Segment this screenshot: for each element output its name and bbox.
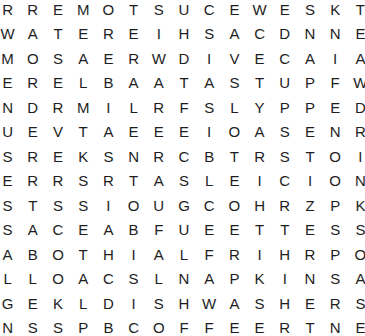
- grid-cell[interactable]: U: [0, 120, 20, 145]
- grid-cell[interactable]: T: [171, 71, 196, 96]
- grid-cell[interactable]: O: [146, 316, 171, 336]
- grid-cell[interactable]: S: [20, 316, 45, 336]
- grid-cell[interactable]: C: [121, 316, 146, 336]
- grid-cell[interactable]: S: [348, 218, 365, 243]
- grid-cell[interactable]: F: [171, 95, 196, 120]
- grid-cell[interactable]: Z: [297, 193, 322, 218]
- grid-cell[interactable]: R: [222, 242, 247, 267]
- grid-cell[interactable]: O: [222, 120, 247, 145]
- grid-cell[interactable]: R: [348, 120, 365, 145]
- grid-cell[interactable]: A: [247, 120, 272, 145]
- grid-cell[interactable]: F: [323, 71, 348, 96]
- grid-cell[interactable]: T: [45, 22, 70, 47]
- grid-cell[interactable]: F: [171, 316, 196, 336]
- grid-cell[interactable]: T: [71, 242, 96, 267]
- grid-cell[interactable]: B: [20, 242, 45, 267]
- grid-cell[interactable]: H: [272, 242, 297, 267]
- grid-cell[interactable]: A: [146, 242, 171, 267]
- grid-cell[interactable]: S: [45, 46, 70, 71]
- grid-cell[interactable]: Y: [247, 95, 272, 120]
- grid-cell[interactable]: E: [323, 95, 348, 120]
- grid-cell[interactable]: S: [272, 120, 297, 145]
- grid-cell[interactable]: E: [222, 316, 247, 336]
- grid-cell[interactable]: E: [121, 22, 146, 47]
- grid-cell[interactable]: E: [0, 169, 20, 194]
- grid-cell[interactable]: I: [297, 169, 322, 194]
- grid-cell[interactable]: I: [121, 291, 146, 316]
- grid-cell[interactable]: A: [197, 71, 222, 96]
- grid-cell[interactable]: P: [323, 193, 348, 218]
- grid-cell[interactable]: S: [96, 144, 121, 169]
- grid-cell[interactable]: S: [45, 316, 70, 336]
- grid-cell[interactable]: E: [297, 291, 322, 316]
- grid-cell[interactable]: E: [121, 120, 146, 145]
- grid-cell[interactable]: O: [348, 242, 365, 267]
- grid-cell[interactable]: U: [171, 218, 196, 243]
- grid-cell[interactable]: A: [348, 46, 365, 71]
- grid-cell[interactable]: S: [247, 291, 272, 316]
- grid-cell[interactable]: T: [71, 120, 96, 145]
- grid-cell[interactable]: O: [45, 242, 70, 267]
- grid-cell[interactable]: I: [197, 46, 222, 71]
- grid-cell[interactable]: L: [20, 267, 45, 292]
- grid-cell[interactable]: W: [0, 22, 20, 47]
- grid-cell[interactable]: L: [171, 242, 196, 267]
- grid-cell[interactable]: I: [121, 242, 146, 267]
- grid-cell[interactable]: O: [20, 46, 45, 71]
- grid-cell[interactable]: S: [146, 291, 171, 316]
- grid-cell[interactable]: S: [297, 0, 322, 22]
- grid-cell[interactable]: E: [45, 144, 70, 169]
- grid-cell[interactable]: E: [247, 316, 272, 336]
- grid-cell[interactable]: O: [96, 0, 121, 22]
- grid-cell[interactable]: A: [20, 218, 45, 243]
- grid-cell[interactable]: M: [71, 95, 96, 120]
- grid-cell[interactable]: L: [121, 95, 146, 120]
- grid-cell[interactable]: A: [297, 46, 322, 71]
- grid-cell[interactable]: B: [121, 218, 146, 243]
- grid-cell[interactable]: N: [171, 267, 196, 292]
- grid-cell[interactable]: A: [146, 169, 171, 194]
- grid-cell[interactable]: E: [71, 22, 96, 47]
- grid-cell[interactable]: K: [247, 267, 272, 292]
- grid-cell[interactable]: O: [323, 144, 348, 169]
- grid-cell[interactable]: I: [323, 46, 348, 71]
- grid-cell[interactable]: P: [222, 267, 247, 292]
- grid-cell[interactable]: B: [197, 144, 222, 169]
- grid-cell[interactable]: T: [121, 169, 146, 194]
- grid-cell[interactable]: U: [272, 71, 297, 96]
- grid-cell[interactable]: S: [171, 169, 196, 194]
- grid-cell[interactable]: B: [96, 71, 121, 96]
- grid-cell[interactable]: B: [96, 316, 121, 336]
- grid-cell[interactable]: L: [71, 71, 96, 96]
- grid-cell[interactable]: A: [348, 267, 365, 292]
- grid-cell[interactable]: R: [121, 46, 146, 71]
- grid-cell[interactable]: O: [45, 267, 70, 292]
- grid-cell[interactable]: R: [96, 22, 121, 47]
- grid-cell[interactable]: C: [272, 46, 297, 71]
- grid-cell[interactable]: E: [96, 46, 121, 71]
- grid-cell[interactable]: R: [45, 95, 70, 120]
- grid-cell[interactable]: O: [323, 169, 348, 194]
- grid-cell[interactable]: E: [0, 71, 20, 96]
- grid-cell[interactable]: R: [45, 169, 70, 194]
- grid-cell[interactable]: V: [222, 46, 247, 71]
- grid-cell[interactable]: F: [197, 316, 222, 336]
- grid-cell[interactable]: S: [323, 267, 348, 292]
- grid-cell[interactable]: A: [96, 218, 121, 243]
- grid-cell[interactable]: E: [71, 218, 96, 243]
- grid-cell[interactable]: K: [71, 144, 96, 169]
- grid-cell[interactable]: T: [247, 218, 272, 243]
- grid-cell[interactable]: N: [121, 144, 146, 169]
- grid-cell[interactable]: P: [272, 95, 297, 120]
- grid-cell[interactable]: M: [71, 0, 96, 22]
- grid-cell[interactable]: S: [197, 22, 222, 47]
- grid-cell[interactable]: E: [171, 120, 196, 145]
- grid-cell[interactable]: T: [297, 316, 322, 336]
- grid-cell[interactable]: E: [20, 291, 45, 316]
- grid-cell[interactable]: I: [348, 144, 365, 169]
- grid-cell[interactable]: S: [0, 193, 20, 218]
- grid-cell[interactable]: D: [96, 291, 121, 316]
- grid-cell[interactable]: E: [247, 46, 272, 71]
- grid-cell[interactable]: W: [197, 291, 222, 316]
- grid-cell[interactable]: S: [0, 218, 20, 243]
- grid-cell[interactable]: G: [171, 193, 196, 218]
- grid-cell[interactable]: E: [222, 169, 247, 194]
- grid-cell[interactable]: U: [146, 193, 171, 218]
- grid-cell[interactable]: I: [197, 120, 222, 145]
- grid-cell[interactable]: D: [20, 95, 45, 120]
- grid-cell[interactable]: I: [146, 22, 171, 47]
- grid-cell[interactable]: R: [20, 71, 45, 96]
- grid-cell[interactable]: A: [71, 267, 96, 292]
- grid-cell[interactable]: O: [222, 193, 247, 218]
- grid-cell[interactable]: R: [247, 144, 272, 169]
- grid-cell[interactable]: A: [121, 71, 146, 96]
- grid-cell[interactable]: S: [45, 193, 70, 218]
- grid-cell[interactable]: E: [20, 120, 45, 145]
- grid-cell[interactable]: A: [222, 291, 247, 316]
- grid-cell[interactable]: N: [323, 316, 348, 336]
- grid-cell[interactable]: R: [20, 169, 45, 194]
- grid-cell[interactable]: T: [20, 193, 45, 218]
- grid-cell[interactable]: R: [96, 169, 121, 194]
- grid-cell[interactable]: S: [0, 144, 20, 169]
- grid-cell[interactable]: L: [71, 291, 96, 316]
- grid-cell[interactable]: R: [297, 242, 322, 267]
- grid-cell[interactable]: H: [247, 193, 272, 218]
- grid-cell[interactable]: I: [96, 193, 121, 218]
- grid-cell[interactable]: F: [197, 242, 222, 267]
- grid-cell[interactable]: P: [297, 95, 322, 120]
- grid-cell[interactable]: N: [348, 169, 365, 194]
- grid-cell[interactable]: R: [146, 144, 171, 169]
- grid-cell[interactable]: T: [247, 71, 272, 96]
- grid-cell[interactable]: A: [222, 22, 247, 47]
- grid-cell[interactable]: C: [197, 193, 222, 218]
- grid-cell[interactable]: E: [348, 316, 365, 336]
- grid-cell[interactable]: T: [272, 218, 297, 243]
- grid-cell[interactable]: P: [297, 71, 322, 96]
- grid-cell[interactable]: N: [297, 22, 322, 47]
- grid-cell[interactable]: L: [222, 95, 247, 120]
- grid-cell[interactable]: H: [171, 22, 196, 47]
- grid-cell[interactable]: P: [323, 242, 348, 267]
- grid-cell[interactable]: A: [96, 120, 121, 145]
- grid-cell[interactable]: K: [323, 0, 348, 22]
- grid-cell[interactable]: S: [323, 218, 348, 243]
- grid-cell[interactable]: P: [71, 316, 96, 336]
- grid-cell[interactable]: C: [96, 267, 121, 292]
- grid-cell[interactable]: S: [222, 71, 247, 96]
- grid-cell[interactable]: N: [323, 120, 348, 145]
- grid-cell[interactable]: A: [146, 71, 171, 96]
- grid-cell[interactable]: L: [0, 267, 20, 292]
- grid-cell[interactable]: L: [197, 169, 222, 194]
- grid-cell[interactable]: R: [20, 0, 45, 22]
- grid-cell[interactable]: E: [222, 218, 247, 243]
- grid-cell[interactable]: S: [71, 169, 96, 194]
- grid-cell[interactable]: N: [0, 316, 20, 336]
- grid-cell[interactable]: R: [146, 95, 171, 120]
- grid-cell[interactable]: S: [348, 291, 365, 316]
- grid-cell[interactable]: E: [197, 218, 222, 243]
- grid-cell[interactable]: E: [222, 0, 247, 22]
- grid-cell[interactable]: E: [272, 0, 297, 22]
- grid-cell[interactable]: L: [146, 267, 171, 292]
- grid-cell[interactable]: A: [0, 242, 20, 267]
- grid-cell[interactable]: R: [20, 144, 45, 169]
- grid-cell[interactable]: T: [222, 144, 247, 169]
- grid-cell[interactable]: E: [297, 218, 322, 243]
- grid-cell[interactable]: S: [272, 144, 297, 169]
- grid-cell[interactable]: I: [247, 242, 272, 267]
- grid-cell[interactable]: U: [171, 0, 196, 22]
- grid-cell[interactable]: A: [71, 46, 96, 71]
- grid-cell[interactable]: R: [272, 193, 297, 218]
- grid-cell[interactable]: C: [171, 144, 196, 169]
- grid-cell[interactable]: M: [0, 46, 20, 71]
- grid-cell[interactable]: D: [348, 95, 365, 120]
- grid-cell[interactable]: T: [348, 0, 365, 22]
- grid-cell[interactable]: W: [348, 71, 365, 96]
- grid-cell[interactable]: S: [71, 193, 96, 218]
- grid-cell[interactable]: R: [323, 291, 348, 316]
- grid-cell[interactable]: O: [121, 193, 146, 218]
- grid-cell[interactable]: N: [297, 267, 322, 292]
- grid-cell[interactable]: C: [272, 169, 297, 194]
- grid-cell[interactable]: V: [45, 120, 70, 145]
- grid-cell[interactable]: C: [247, 22, 272, 47]
- grid-cell[interactable]: T: [121, 0, 146, 22]
- grid-cell[interactable]: H: [96, 242, 121, 267]
- grid-cell[interactable]: E: [297, 120, 322, 145]
- grid-cell[interactable]: W: [146, 46, 171, 71]
- grid-cell[interactable]: K: [45, 291, 70, 316]
- grid-cell[interactable]: A: [20, 22, 45, 47]
- grid-cell[interactable]: I: [272, 267, 297, 292]
- grid-cell[interactable]: R: [272, 316, 297, 336]
- grid-cell[interactable]: I: [247, 169, 272, 194]
- grid-cell[interactable]: H: [171, 291, 196, 316]
- grid-cell[interactable]: D: [272, 22, 297, 47]
- grid-cell[interactable]: E: [348, 22, 365, 47]
- grid-cell[interactable]: S: [197, 95, 222, 120]
- grid-cell[interactable]: F: [146, 218, 171, 243]
- grid-cell[interactable]: S: [121, 267, 146, 292]
- grid-cell[interactable]: K: [348, 193, 365, 218]
- grid-cell[interactable]: E: [45, 0, 70, 22]
- grid-cell[interactable]: E: [146, 120, 171, 145]
- grid-cell[interactable]: G: [0, 291, 20, 316]
- grid-cell[interactable]: W: [247, 0, 272, 22]
- grid-cell[interactable]: N: [0, 95, 20, 120]
- grid-cell[interactable]: E: [45, 71, 70, 96]
- grid-cell[interactable]: N: [323, 22, 348, 47]
- grid-cell[interactable]: D: [171, 46, 196, 71]
- grid-cell[interactable]: C: [197, 0, 222, 22]
- grid-cell[interactable]: A: [197, 267, 222, 292]
- grid-cell[interactable]: T: [297, 144, 322, 169]
- grid-cell[interactable]: S: [146, 0, 171, 22]
- grid-cell[interactable]: I: [96, 95, 121, 120]
- grid-cell[interactable]: R: [0, 0, 20, 22]
- word-search-grid: RREMOTSUCEWESKTWATEREIHSACDNNEMOSAERWDIV…: [0, 0, 365, 336]
- grid-cell[interactable]: C: [45, 218, 70, 243]
- grid-cell[interactable]: H: [272, 291, 297, 316]
